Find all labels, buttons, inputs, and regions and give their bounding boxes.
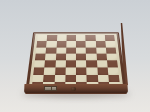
board-side-edge [24, 84, 128, 93]
square-e5 [76, 54, 86, 61]
square-f5 [86, 54, 96, 61]
square-e3 [76, 67, 87, 74]
square-g3 [97, 67, 108, 74]
square-g4 [97, 60, 108, 67]
square-e2 [76, 75, 87, 83]
checkerboard-grid [31, 35, 120, 90]
square-a5 [35, 54, 46, 61]
square-d5 [66, 54, 76, 61]
clasp-knob [71, 87, 76, 92]
photo-backdrop [0, 0, 150, 112]
square-d2 [65, 75, 76, 83]
square-b2 [43, 75, 54, 83]
square-d3 [65, 67, 76, 74]
square-h4 [107, 60, 118, 67]
square-c4 [55, 60, 66, 67]
square-e4 [76, 60, 86, 67]
metal-latch [44, 86, 57, 91]
square-h2 [108, 75, 120, 83]
square-f3 [86, 67, 97, 74]
square-c5 [55, 54, 65, 61]
square-a2 [32, 75, 44, 83]
square-a4 [34, 60, 45, 67]
square-b5 [45, 54, 56, 61]
square-b3 [44, 67, 55, 74]
square-g5 [96, 54, 107, 61]
square-d4 [66, 60, 76, 67]
square-a3 [33, 67, 44, 74]
square-h5 [106, 54, 117, 61]
square-f4 [86, 60, 97, 67]
square-h3 [107, 67, 118, 74]
square-f2 [87, 75, 98, 83]
square-c2 [54, 75, 65, 83]
square-b4 [45, 60, 56, 67]
board-border [28, 34, 123, 92]
square-c3 [55, 67, 66, 74]
square-g2 [97, 75, 108, 83]
